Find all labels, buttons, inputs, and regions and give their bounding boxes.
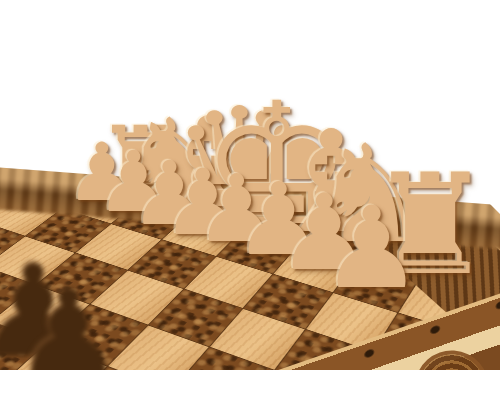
white-background-bottom [0,370,500,400]
carved-symbol-icon [362,347,376,360]
piece-white-pawn-h2: ♟ [321,192,422,305]
product-photo-chess-set: ♜ ♞ ♝ ♛ ♚ ♝ ♞ ♜ ♟ ♟ ♟ ♟ ♟ ♟ ♟ ♟ ♟ ♟ [0,0,500,400]
carved-symbol-icon [428,323,442,336]
carved-symbol-icon [493,299,500,312]
